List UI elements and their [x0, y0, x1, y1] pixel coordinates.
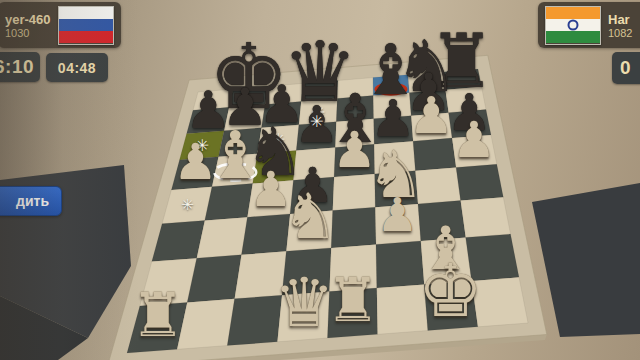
- square-h4[interactable]: [456, 164, 503, 200]
- flag-stripe: [59, 19, 113, 31]
- player-panel-left: yer-460 1030: [0, 2, 121, 48]
- piece-white-p-h5[interactable]: ♟: [452, 116, 496, 166]
- ashoka-chakra-icon: [568, 20, 579, 31]
- action-button[interactable]: дить: [0, 186, 62, 216]
- player-left-name: yer-460: [5, 12, 51, 27]
- flag-stripe: [546, 31, 600, 43]
- piece-white-n-d3[interactable]: ♞: [282, 186, 338, 249]
- game-scene: ♚♛♝♞♜♟♟♟♟♟♝♟♟♞♟♟♝♟♟♟♟♞♞♟♝♜♛♜♚✳✳✳✳✳ yer-4…: [0, 0, 640, 360]
- piece-white-p-a5[interactable]: ♟: [173, 139, 217, 189]
- player-right-rating: 1082: [608, 27, 632, 39]
- flag-stripe: [546, 7, 600, 19]
- square-b3[interactable]: [197, 217, 248, 258]
- clock-left-main: 6:10: [0, 52, 40, 82]
- piece-white-k-g1[interactable]: ♚: [418, 253, 483, 326]
- piece-white-p-f3[interactable]: ♟: [377, 192, 419, 239]
- piece-white-q-d1[interactable]: ♛: [274, 268, 335, 336]
- india-flag-icon: [545, 6, 601, 45]
- clock-left-secondary: 04:48: [46, 53, 108, 82]
- player-panel-right: Har 1082: [538, 2, 640, 48]
- player-left-rating: 1030: [5, 27, 51, 39]
- right-tray: [532, 183, 640, 337]
- flag-stripe: [59, 7, 113, 19]
- clock-right-main: 0: [612, 52, 640, 84]
- piece-white-r-a1[interactable]: ♜: [131, 285, 185, 345]
- flag-stripe: [59, 31, 113, 43]
- russia-flag-icon: [58, 6, 114, 45]
- player-right-name: Har: [608, 12, 632, 27]
